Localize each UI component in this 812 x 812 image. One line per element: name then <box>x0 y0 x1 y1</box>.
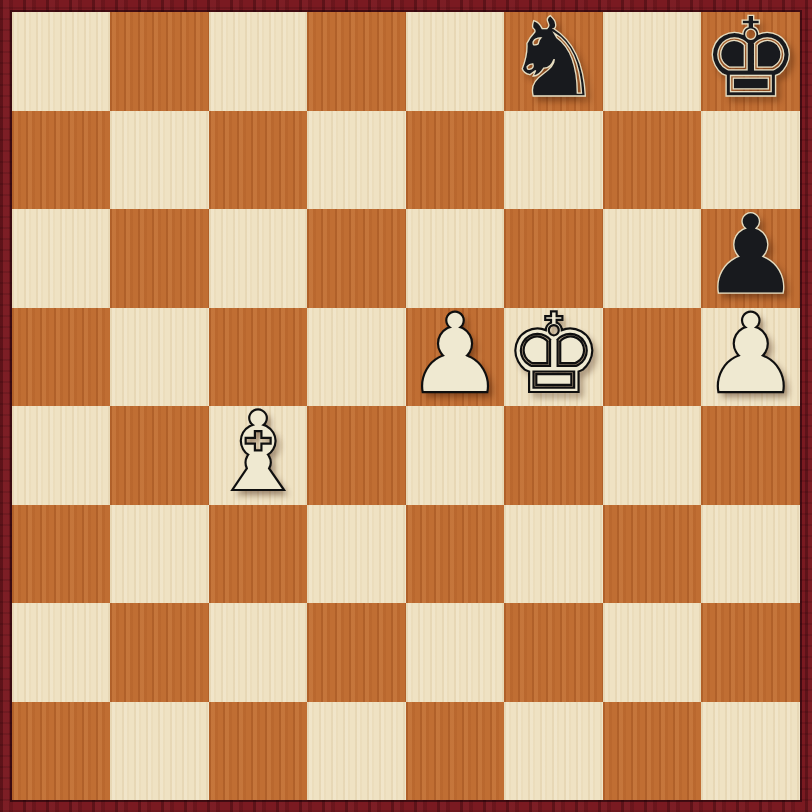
square-e5[interactable]: ♟ <box>406 308 505 407</box>
square-d1[interactable] <box>307 702 405 801</box>
square-c6[interactable] <box>209 209 308 308</box>
square-a2[interactable] <box>12 603 110 702</box>
square-d6[interactable] <box>307 209 405 308</box>
square-g4[interactable] <box>603 406 701 505</box>
square-b1[interactable] <box>110 702 208 801</box>
square-a7[interactable] <box>12 111 110 210</box>
square-f2[interactable] <box>504 603 603 702</box>
chess-board: ♞♚♟♟♚♟♝ <box>12 12 800 800</box>
square-e2[interactable] <box>406 603 505 702</box>
piece-white-pawn-h5[interactable]: ♟ <box>701 305 800 403</box>
square-d2[interactable] <box>307 603 405 702</box>
square-a5[interactable] <box>12 308 110 407</box>
piece-white-king-f5[interactable]: ♚ <box>504 305 603 403</box>
piece-white-pawn-e5[interactable]: ♟ <box>406 305 505 403</box>
square-d4[interactable] <box>307 406 405 505</box>
square-h4[interactable] <box>701 406 800 505</box>
square-c3[interactable] <box>209 505 308 604</box>
square-h3[interactable] <box>701 505 800 604</box>
square-g6[interactable] <box>603 209 701 308</box>
square-b3[interactable] <box>110 505 208 604</box>
square-c8[interactable] <box>209 12 308 111</box>
square-d5[interactable] <box>307 308 405 407</box>
square-f8[interactable]: ♞ <box>504 12 603 111</box>
square-b5[interactable] <box>110 308 208 407</box>
square-d3[interactable] <box>307 505 405 604</box>
square-c4[interactable]: ♝ <box>209 406 308 505</box>
square-f7[interactable] <box>504 111 603 210</box>
square-a6[interactable] <box>12 209 110 308</box>
square-g5[interactable] <box>603 308 701 407</box>
square-b7[interactable] <box>110 111 208 210</box>
square-d8[interactable] <box>307 12 405 111</box>
square-c2[interactable] <box>209 603 308 702</box>
square-a1[interactable] <box>12 702 110 801</box>
square-c7[interactable] <box>209 111 308 210</box>
square-g3[interactable] <box>603 505 701 604</box>
square-e4[interactable] <box>406 406 505 505</box>
square-a4[interactable] <box>12 406 110 505</box>
square-e7[interactable] <box>406 111 505 210</box>
square-a8[interactable] <box>12 12 110 111</box>
chess-board-frame: ♞♚♟♟♚♟♝ <box>0 0 812 812</box>
square-d7[interactable] <box>307 111 405 210</box>
square-f3[interactable] <box>504 505 603 604</box>
square-h5[interactable]: ♟ <box>701 308 800 407</box>
square-g1[interactable] <box>603 702 701 801</box>
square-g2[interactable] <box>603 603 701 702</box>
square-h8[interactable]: ♚ <box>701 12 800 111</box>
square-h1[interactable] <box>701 702 800 801</box>
square-f4[interactable] <box>504 406 603 505</box>
square-f5[interactable]: ♚ <box>504 308 603 407</box>
square-e1[interactable] <box>406 702 505 801</box>
piece-black-knight-f8[interactable]: ♞ <box>504 9 603 107</box>
square-b2[interactable] <box>110 603 208 702</box>
square-g8[interactable] <box>603 12 701 111</box>
square-g7[interactable] <box>603 111 701 210</box>
piece-black-king-h8[interactable]: ♚ <box>701 9 800 107</box>
square-b8[interactable] <box>110 12 208 111</box>
square-f1[interactable] <box>504 702 603 801</box>
square-e8[interactable] <box>406 12 505 111</box>
square-b6[interactable] <box>110 209 208 308</box>
square-e3[interactable] <box>406 505 505 604</box>
square-a3[interactable] <box>12 505 110 604</box>
piece-white-bishop-c4[interactable]: ♝ <box>209 403 308 501</box>
square-b4[interactable] <box>110 406 208 505</box>
square-c1[interactable] <box>209 702 308 801</box>
square-h2[interactable] <box>701 603 800 702</box>
